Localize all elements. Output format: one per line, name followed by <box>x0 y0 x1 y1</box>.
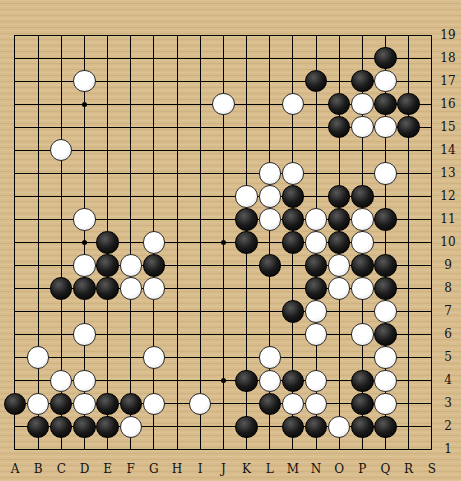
intersection-P19[interactable] <box>351 24 374 47</box>
intersection-G6[interactable] <box>142 323 165 346</box>
intersection-A14[interactable] <box>3 139 26 162</box>
intersection-O10[interactable] <box>328 231 351 254</box>
intersection-E16[interactable] <box>96 93 119 116</box>
intersection-Q9[interactable] <box>374 254 397 277</box>
intersection-K11[interactable] <box>235 208 258 231</box>
intersection-R3[interactable] <box>397 392 420 415</box>
intersection-O3[interactable] <box>328 392 351 415</box>
intersection-G18[interactable] <box>142 47 165 70</box>
intersection-A13[interactable] <box>3 162 26 185</box>
intersection-D14[interactable] <box>73 139 96 162</box>
intersection-R6[interactable] <box>397 323 420 346</box>
intersection-Q17[interactable] <box>374 70 397 93</box>
intersection-F10[interactable] <box>119 231 142 254</box>
intersection-L12[interactable] <box>258 185 281 208</box>
intersection-O14[interactable] <box>328 139 351 162</box>
intersection-P11[interactable] <box>351 208 374 231</box>
intersection-O15[interactable] <box>328 116 351 139</box>
intersection-O6[interactable] <box>328 323 351 346</box>
intersection-G10[interactable] <box>142 231 165 254</box>
intersection-N4[interactable] <box>304 369 327 392</box>
intersection-N6[interactable] <box>304 323 327 346</box>
intersection-K2[interactable] <box>235 415 258 438</box>
intersection-J6[interactable] <box>212 323 235 346</box>
intersection-B16[interactable] <box>27 93 50 116</box>
intersection-M13[interactable] <box>281 162 304 185</box>
intersection-I1[interactable] <box>189 438 212 461</box>
intersection-H7[interactable] <box>165 300 188 323</box>
intersection-P5[interactable] <box>351 346 374 369</box>
intersection-P16[interactable] <box>351 93 374 116</box>
intersection-K16[interactable] <box>235 93 258 116</box>
intersection-B4[interactable] <box>27 369 50 392</box>
intersection-J14[interactable] <box>212 139 235 162</box>
intersection-F5[interactable] <box>119 346 142 369</box>
intersection-F3[interactable] <box>119 392 142 415</box>
intersection-R12[interactable] <box>397 185 420 208</box>
intersection-O18[interactable] <box>328 47 351 70</box>
intersection-L11[interactable] <box>258 208 281 231</box>
intersection-J9[interactable] <box>212 254 235 277</box>
intersection-P14[interactable] <box>351 139 374 162</box>
intersection-H5[interactable] <box>165 346 188 369</box>
intersection-R8[interactable] <box>397 277 420 300</box>
intersection-I8[interactable] <box>189 277 212 300</box>
intersection-K15[interactable] <box>235 116 258 139</box>
intersection-N2[interactable] <box>304 415 327 438</box>
intersection-P10[interactable] <box>351 231 374 254</box>
intersection-G4[interactable] <box>142 369 165 392</box>
intersection-E18[interactable] <box>96 47 119 70</box>
intersection-I12[interactable] <box>189 185 212 208</box>
intersection-O11[interactable] <box>328 208 351 231</box>
intersection-J4[interactable] <box>212 369 235 392</box>
intersection-R11[interactable] <box>397 208 420 231</box>
intersection-M2[interactable] <box>281 415 304 438</box>
intersection-F7[interactable] <box>119 300 142 323</box>
intersection-A3[interactable] <box>3 392 26 415</box>
intersection-N9[interactable] <box>304 254 327 277</box>
intersection-F15[interactable] <box>119 116 142 139</box>
intersection-P15[interactable] <box>351 116 374 139</box>
intersection-H13[interactable] <box>165 162 188 185</box>
intersection-R16[interactable] <box>397 93 420 116</box>
intersection-N8[interactable] <box>304 277 327 300</box>
intersection-B7[interactable] <box>27 300 50 323</box>
intersection-G7[interactable] <box>142 300 165 323</box>
intersection-J17[interactable] <box>212 70 235 93</box>
intersection-Q5[interactable] <box>374 346 397 369</box>
intersection-E4[interactable] <box>96 369 119 392</box>
intersection-M10[interactable] <box>281 231 304 254</box>
intersection-H9[interactable] <box>165 254 188 277</box>
intersection-B8[interactable] <box>27 277 50 300</box>
intersection-A8[interactable] <box>3 277 26 300</box>
intersection-A4[interactable] <box>3 369 26 392</box>
intersection-Q8[interactable] <box>374 277 397 300</box>
intersection-L19[interactable] <box>258 24 281 47</box>
intersection-E3[interactable] <box>96 392 119 415</box>
intersection-G5[interactable] <box>142 346 165 369</box>
intersection-J7[interactable] <box>212 300 235 323</box>
intersection-G2[interactable] <box>142 415 165 438</box>
intersection-I4[interactable] <box>189 369 212 392</box>
intersection-D11[interactable] <box>73 208 96 231</box>
intersection-I7[interactable] <box>189 300 212 323</box>
intersection-F19[interactable] <box>119 24 142 47</box>
intersection-A16[interactable] <box>3 93 26 116</box>
intersection-G14[interactable] <box>142 139 165 162</box>
intersection-E19[interactable] <box>96 24 119 47</box>
intersection-I15[interactable] <box>189 116 212 139</box>
intersection-P12[interactable] <box>351 185 374 208</box>
intersection-R9[interactable] <box>397 254 420 277</box>
intersection-E1[interactable] <box>96 438 119 461</box>
intersection-G9[interactable] <box>142 254 165 277</box>
intersection-N3[interactable] <box>304 392 327 415</box>
intersection-R19[interactable] <box>397 24 420 47</box>
intersection-E9[interactable] <box>96 254 119 277</box>
intersection-O7[interactable] <box>328 300 351 323</box>
intersection-A7[interactable] <box>3 300 26 323</box>
intersection-A5[interactable] <box>3 346 26 369</box>
intersection-E12[interactable] <box>96 185 119 208</box>
intersection-F2[interactable] <box>119 415 142 438</box>
intersection-Q4[interactable] <box>374 369 397 392</box>
intersection-B12[interactable] <box>27 185 50 208</box>
intersection-H12[interactable] <box>165 185 188 208</box>
intersection-L15[interactable] <box>258 116 281 139</box>
intersection-D19[interactable] <box>73 24 96 47</box>
intersection-N10[interactable] <box>304 231 327 254</box>
intersection-J10[interactable] <box>212 231 235 254</box>
intersection-J3[interactable] <box>212 392 235 415</box>
intersection-E15[interactable] <box>96 116 119 139</box>
intersection-E5[interactable] <box>96 346 119 369</box>
intersection-R18[interactable] <box>397 47 420 70</box>
intersection-L6[interactable] <box>258 323 281 346</box>
intersection-G11[interactable] <box>142 208 165 231</box>
intersection-N15[interactable] <box>304 116 327 139</box>
intersection-C18[interactable] <box>50 47 73 70</box>
intersection-M16[interactable] <box>281 93 304 116</box>
intersection-A18[interactable] <box>3 47 26 70</box>
intersection-D7[interactable] <box>73 300 96 323</box>
intersection-N1[interactable] <box>304 438 327 461</box>
intersection-R2[interactable] <box>397 415 420 438</box>
intersection-H15[interactable] <box>165 116 188 139</box>
intersection-O12[interactable] <box>328 185 351 208</box>
intersection-L16[interactable] <box>258 93 281 116</box>
intersection-M7[interactable] <box>281 300 304 323</box>
intersection-K8[interactable] <box>235 277 258 300</box>
intersection-L13[interactable] <box>258 162 281 185</box>
intersection-E8[interactable] <box>96 277 119 300</box>
intersection-I2[interactable] <box>189 415 212 438</box>
intersection-L4[interactable] <box>258 369 281 392</box>
intersection-J19[interactable] <box>212 24 235 47</box>
intersection-K7[interactable] <box>235 300 258 323</box>
intersection-N13[interactable] <box>304 162 327 185</box>
intersection-M19[interactable] <box>281 24 304 47</box>
intersection-M17[interactable] <box>281 70 304 93</box>
intersection-Q3[interactable] <box>374 392 397 415</box>
intersection-B6[interactable] <box>27 323 50 346</box>
intersection-L10[interactable] <box>258 231 281 254</box>
intersection-Q19[interactable] <box>374 24 397 47</box>
intersection-J11[interactable] <box>212 208 235 231</box>
intersection-L3[interactable] <box>258 392 281 415</box>
intersection-A1[interactable] <box>3 438 26 461</box>
intersection-B17[interactable] <box>27 70 50 93</box>
intersection-L1[interactable] <box>258 438 281 461</box>
intersection-G12[interactable] <box>142 185 165 208</box>
intersection-J13[interactable] <box>212 162 235 185</box>
intersection-I18[interactable] <box>189 47 212 70</box>
intersection-O17[interactable] <box>328 70 351 93</box>
intersection-I9[interactable] <box>189 254 212 277</box>
intersection-C15[interactable] <box>50 116 73 139</box>
intersection-L9[interactable] <box>258 254 281 277</box>
intersection-B1[interactable] <box>27 438 50 461</box>
intersection-K3[interactable] <box>235 392 258 415</box>
intersection-P6[interactable] <box>351 323 374 346</box>
intersection-G19[interactable] <box>142 24 165 47</box>
intersection-E7[interactable] <box>96 300 119 323</box>
intersection-P17[interactable] <box>351 70 374 93</box>
intersection-H16[interactable] <box>165 93 188 116</box>
intersection-F14[interactable] <box>119 139 142 162</box>
intersection-M5[interactable] <box>281 346 304 369</box>
intersection-L18[interactable] <box>258 47 281 70</box>
intersection-M11[interactable] <box>281 208 304 231</box>
intersection-Q15[interactable] <box>374 116 397 139</box>
intersection-I3[interactable] <box>189 392 212 415</box>
intersection-C11[interactable] <box>50 208 73 231</box>
intersection-E6[interactable] <box>96 323 119 346</box>
intersection-B14[interactable] <box>27 139 50 162</box>
intersection-A11[interactable] <box>3 208 26 231</box>
intersection-B9[interactable] <box>27 254 50 277</box>
intersection-C1[interactable] <box>50 438 73 461</box>
intersection-P9[interactable] <box>351 254 374 277</box>
intersection-B13[interactable] <box>27 162 50 185</box>
intersection-R4[interactable] <box>397 369 420 392</box>
intersection-B18[interactable] <box>27 47 50 70</box>
intersection-D9[interactable] <box>73 254 96 277</box>
intersection-N12[interactable] <box>304 185 327 208</box>
intersection-E17[interactable] <box>96 70 119 93</box>
intersection-C8[interactable] <box>50 277 73 300</box>
intersection-F4[interactable] <box>119 369 142 392</box>
intersection-Q16[interactable] <box>374 93 397 116</box>
intersection-I11[interactable] <box>189 208 212 231</box>
intersection-O1[interactable] <box>328 438 351 461</box>
intersection-A10[interactable] <box>3 231 26 254</box>
intersection-C14[interactable] <box>50 139 73 162</box>
intersection-R14[interactable] <box>397 139 420 162</box>
intersection-I14[interactable] <box>189 139 212 162</box>
intersection-K14[interactable] <box>235 139 258 162</box>
intersection-A6[interactable] <box>3 323 26 346</box>
intersection-M18[interactable] <box>281 47 304 70</box>
intersection-K18[interactable] <box>235 47 258 70</box>
intersection-K4[interactable] <box>235 369 258 392</box>
intersection-K1[interactable] <box>235 438 258 461</box>
intersection-P18[interactable] <box>351 47 374 70</box>
intersection-L14[interactable] <box>258 139 281 162</box>
intersection-Q10[interactable] <box>374 231 397 254</box>
intersection-K12[interactable] <box>235 185 258 208</box>
intersection-D17[interactable] <box>73 70 96 93</box>
intersection-J1[interactable] <box>212 438 235 461</box>
intersection-C6[interactable] <box>50 323 73 346</box>
intersection-N5[interactable] <box>304 346 327 369</box>
intersection-G17[interactable] <box>142 70 165 93</box>
intersection-F11[interactable] <box>119 208 142 231</box>
intersection-F9[interactable] <box>119 254 142 277</box>
intersection-D10[interactable] <box>73 231 96 254</box>
intersection-Q18[interactable] <box>374 47 397 70</box>
intersection-Q12[interactable] <box>374 185 397 208</box>
intersection-D1[interactable] <box>73 438 96 461</box>
intersection-C7[interactable] <box>50 300 73 323</box>
intersection-N7[interactable] <box>304 300 327 323</box>
intersection-N19[interactable] <box>304 24 327 47</box>
intersection-Q6[interactable] <box>374 323 397 346</box>
intersection-C13[interactable] <box>50 162 73 185</box>
intersection-P1[interactable] <box>351 438 374 461</box>
intersection-E10[interactable] <box>96 231 119 254</box>
intersection-M3[interactable] <box>281 392 304 415</box>
intersection-D3[interactable] <box>73 392 96 415</box>
intersection-L2[interactable] <box>258 415 281 438</box>
intersection-P3[interactable] <box>351 392 374 415</box>
intersection-C19[interactable] <box>50 24 73 47</box>
intersection-B11[interactable] <box>27 208 50 231</box>
intersection-M12[interactable] <box>281 185 304 208</box>
intersection-B10[interactable] <box>27 231 50 254</box>
intersection-F16[interactable] <box>119 93 142 116</box>
intersection-A9[interactable] <box>3 254 26 277</box>
intersection-A2[interactable] <box>3 415 26 438</box>
intersection-M4[interactable] <box>281 369 304 392</box>
intersection-P8[interactable] <box>351 277 374 300</box>
intersection-G16[interactable] <box>142 93 165 116</box>
intersection-R7[interactable] <box>397 300 420 323</box>
intersection-H17[interactable] <box>165 70 188 93</box>
intersection-L5[interactable] <box>258 346 281 369</box>
intersection-P7[interactable] <box>351 300 374 323</box>
intersection-E13[interactable] <box>96 162 119 185</box>
intersection-L17[interactable] <box>258 70 281 93</box>
intersection-H6[interactable] <box>165 323 188 346</box>
intersection-M15[interactable] <box>281 116 304 139</box>
intersection-D5[interactable] <box>73 346 96 369</box>
intersection-M8[interactable] <box>281 277 304 300</box>
intersection-J18[interactable] <box>212 47 235 70</box>
intersection-D12[interactable] <box>73 185 96 208</box>
intersection-I17[interactable] <box>189 70 212 93</box>
intersection-N18[interactable] <box>304 47 327 70</box>
intersection-E11[interactable] <box>96 208 119 231</box>
intersection-C2[interactable] <box>50 415 73 438</box>
intersection-H4[interactable] <box>165 369 188 392</box>
intersection-H10[interactable] <box>165 231 188 254</box>
intersection-F17[interactable] <box>119 70 142 93</box>
intersection-C12[interactable] <box>50 185 73 208</box>
intersection-J12[interactable] <box>212 185 235 208</box>
intersection-K6[interactable] <box>235 323 258 346</box>
intersection-E2[interactable] <box>96 415 119 438</box>
intersection-D4[interactable] <box>73 369 96 392</box>
intersection-Q13[interactable] <box>374 162 397 185</box>
intersection-Q1[interactable] <box>374 438 397 461</box>
intersection-P4[interactable] <box>351 369 374 392</box>
intersection-F8[interactable] <box>119 277 142 300</box>
intersection-O13[interactable] <box>328 162 351 185</box>
intersection-F1[interactable] <box>119 438 142 461</box>
intersection-H2[interactable] <box>165 415 188 438</box>
intersection-D13[interactable] <box>73 162 96 185</box>
intersection-B2[interactable] <box>27 415 50 438</box>
intersection-K17[interactable] <box>235 70 258 93</box>
intersection-D15[interactable] <box>73 116 96 139</box>
intersection-J2[interactable] <box>212 415 235 438</box>
intersection-H1[interactable] <box>165 438 188 461</box>
intersection-K9[interactable] <box>235 254 258 277</box>
intersection-O16[interactable] <box>328 93 351 116</box>
intersection-G15[interactable] <box>142 116 165 139</box>
intersection-A17[interactable] <box>3 70 26 93</box>
intersection-G1[interactable] <box>142 438 165 461</box>
intersection-H14[interactable] <box>165 139 188 162</box>
intersection-N16[interactable] <box>304 93 327 116</box>
intersection-H19[interactable] <box>165 24 188 47</box>
intersection-G8[interactable] <box>142 277 165 300</box>
intersection-O9[interactable] <box>328 254 351 277</box>
intersection-I16[interactable] <box>189 93 212 116</box>
intersection-D6[interactable] <box>73 323 96 346</box>
intersection-I13[interactable] <box>189 162 212 185</box>
intersection-C16[interactable] <box>50 93 73 116</box>
intersection-L8[interactable] <box>258 277 281 300</box>
intersection-Q11[interactable] <box>374 208 397 231</box>
intersection-M14[interactable] <box>281 139 304 162</box>
intersection-C9[interactable] <box>50 254 73 277</box>
intersection-G3[interactable] <box>142 392 165 415</box>
intersection-D8[interactable] <box>73 277 96 300</box>
intersection-H18[interactable] <box>165 47 188 70</box>
intersection-L7[interactable] <box>258 300 281 323</box>
intersection-D16[interactable] <box>73 93 96 116</box>
intersection-K10[interactable] <box>235 231 258 254</box>
intersection-R1[interactable] <box>397 438 420 461</box>
intersection-K19[interactable] <box>235 24 258 47</box>
intersection-N17[interactable] <box>304 70 327 93</box>
intersection-F6[interactable] <box>119 323 142 346</box>
intersection-C10[interactable] <box>50 231 73 254</box>
intersection-F18[interactable] <box>119 47 142 70</box>
intersection-J5[interactable] <box>212 346 235 369</box>
intersection-I19[interactable] <box>189 24 212 47</box>
intersection-H8[interactable] <box>165 277 188 300</box>
intersection-N11[interactable] <box>304 208 327 231</box>
intersection-O2[interactable] <box>328 415 351 438</box>
intersection-I6[interactable] <box>189 323 212 346</box>
intersection-R17[interactable] <box>397 70 420 93</box>
intersection-D18[interactable] <box>73 47 96 70</box>
